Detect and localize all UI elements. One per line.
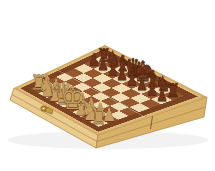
clasp-screw [43,108,45,110]
chess-set-photo: ♜♟♞♟♝♟♛♟♚♟♝♟♜♟♟♞♞♟♟♜♝♟♟♛♟♚♟♝♟♞♟♜ [0,0,215,171]
